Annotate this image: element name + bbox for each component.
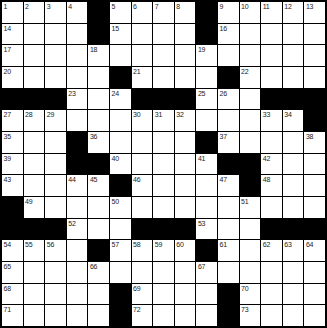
white-cell[interactable] — [304, 262, 325, 283]
white-cell[interactable] — [218, 45, 239, 66]
white-cell[interactable]: 38 — [304, 132, 325, 153]
white-cell[interactable] — [45, 284, 66, 305]
black-cell — [88, 24, 109, 45]
white-cell[interactable]: 48 — [261, 175, 282, 196]
white-cell[interactable] — [24, 284, 45, 305]
white-cell[interactable]: 56 — [45, 240, 66, 261]
white-cell[interactable] — [67, 305, 88, 326]
white-cell[interactable] — [24, 132, 45, 153]
black-cell — [218, 284, 239, 305]
white-cell[interactable] — [261, 132, 282, 153]
white-cell[interactable] — [67, 197, 88, 218]
clue-number: 14 — [4, 24, 11, 33]
clue-number: 44 — [68, 175, 75, 184]
clue-number: 56 — [47, 240, 54, 249]
clue-number: 72 — [133, 305, 140, 314]
white-cell[interactable] — [304, 284, 325, 305]
white-cell[interactable]: 40 — [110, 154, 131, 175]
white-cell[interactable] — [132, 154, 153, 175]
white-cell[interactable]: 58 — [132, 240, 153, 261]
clue-number: 51 — [241, 197, 248, 206]
black-cell — [218, 154, 239, 175]
clue-number: 54 — [4, 240, 11, 249]
white-cell[interactable]: 72 — [132, 305, 153, 326]
white-cell[interactable]: 35 — [2, 132, 23, 153]
white-cell[interactable]: 27 — [2, 110, 23, 131]
clue-number: 46 — [133, 175, 140, 184]
white-cell[interactable]: 11 — [261, 2, 282, 23]
black-cell — [110, 175, 131, 196]
white-cell[interactable]: 4 — [67, 2, 88, 23]
white-cell[interactable] — [88, 305, 109, 326]
white-cell[interactable]: 64 — [304, 240, 325, 261]
clue-number: 19 — [198, 45, 205, 54]
clue-number: 2 — [25, 2, 29, 11]
white-cell[interactable]: 71 — [2, 305, 23, 326]
clue-number: 42 — [263, 154, 270, 163]
clue-number: 22 — [241, 67, 248, 76]
white-cell[interactable]: 49 — [24, 197, 45, 218]
white-cell[interactable] — [196, 110, 217, 131]
white-cell[interactable]: 17 — [2, 45, 23, 66]
clue-number: 69 — [133, 284, 140, 293]
clue-number: 73 — [241, 305, 248, 314]
clue-number: 57 — [112, 240, 119, 249]
white-cell[interactable] — [45, 45, 66, 66]
white-cell[interactable]: 62 — [261, 240, 282, 261]
white-cell[interactable] — [175, 305, 196, 326]
white-cell[interactable] — [110, 262, 131, 283]
clue-number: 38 — [306, 132, 313, 141]
white-cell[interactable] — [304, 197, 325, 218]
clue-number: 47 — [220, 175, 227, 184]
white-cell[interactable]: 6 — [132, 2, 153, 23]
white-cell[interactable] — [261, 24, 282, 45]
clue-number: 63 — [284, 240, 291, 249]
white-cell[interactable]: 31 — [153, 110, 174, 131]
white-cell[interactable] — [240, 110, 261, 131]
white-cell[interactable] — [175, 175, 196, 196]
black-cell — [45, 89, 66, 110]
white-cell[interactable] — [110, 110, 131, 131]
white-cell[interactable]: 54 — [2, 240, 23, 261]
black-cell — [304, 89, 325, 110]
white-cell[interactable] — [153, 197, 174, 218]
white-cell[interactable]: 50 — [110, 197, 131, 218]
white-cell[interactable]: 18 — [88, 45, 109, 66]
clue-number: 62 — [263, 240, 270, 249]
white-cell[interactable]: 3 — [45, 2, 66, 23]
black-cell — [196, 240, 217, 261]
white-cell[interactable]: 37 — [218, 132, 239, 153]
white-cell[interactable]: 67 — [196, 262, 217, 283]
black-cell — [175, 89, 196, 110]
black-cell — [261, 89, 282, 110]
clue-number: 3 — [47, 2, 51, 11]
clue-number: 26 — [220, 89, 227, 98]
white-cell[interactable] — [240, 45, 261, 66]
white-cell[interactable] — [153, 154, 174, 175]
black-cell — [2, 219, 23, 240]
black-cell — [196, 132, 217, 153]
white-cell[interactable] — [88, 89, 109, 110]
clue-number: 55 — [25, 240, 32, 249]
white-cell[interactable] — [283, 305, 304, 326]
white-cell[interactable] — [196, 67, 217, 88]
clue-number: 50 — [112, 197, 119, 206]
white-cell[interactable] — [153, 24, 174, 45]
white-cell[interactable]: 23 — [67, 89, 88, 110]
white-cell[interactable] — [24, 45, 45, 66]
white-cell[interactable]: 66 — [88, 262, 109, 283]
white-cell[interactable] — [283, 284, 304, 305]
white-cell[interactable]: 36 — [88, 132, 109, 153]
white-cell[interactable]: 65 — [2, 262, 23, 283]
black-cell — [110, 67, 131, 88]
clue-number: 15 — [112, 24, 119, 33]
black-cell — [240, 154, 261, 175]
black-cell — [175, 219, 196, 240]
clue-number: 41 — [198, 154, 205, 163]
clue-number: 30 — [133, 110, 140, 119]
white-cell[interactable] — [283, 197, 304, 218]
white-cell[interactable] — [24, 175, 45, 196]
clue-number: 5 — [112, 2, 116, 11]
white-cell[interactable] — [175, 154, 196, 175]
white-cell[interactable] — [110, 132, 131, 153]
white-cell[interactable] — [45, 154, 66, 175]
clue-number: 13 — [306, 2, 313, 11]
clue-number: 71 — [4, 305, 11, 314]
white-cell[interactable]: 70 — [240, 284, 261, 305]
clue-number: 36 — [90, 132, 97, 141]
clue-number: 17 — [4, 45, 11, 54]
white-cell[interactable]: 52 — [67, 219, 88, 240]
white-cell[interactable]: 13 — [304, 2, 325, 23]
white-cell[interactable] — [67, 24, 88, 45]
white-cell[interactable]: 61 — [218, 240, 239, 261]
clue-number: 28 — [25, 110, 32, 119]
white-cell[interactable] — [153, 262, 174, 283]
black-cell — [132, 219, 153, 240]
white-cell[interactable] — [261, 67, 282, 88]
black-cell — [88, 240, 109, 261]
white-cell[interactable]: 8 — [175, 2, 196, 23]
clue-number: 35 — [4, 132, 11, 141]
clue-number: 61 — [220, 240, 227, 249]
white-cell[interactable] — [304, 45, 325, 66]
clue-number: 59 — [155, 240, 162, 249]
clue-number: 18 — [90, 45, 97, 54]
white-cell[interactable]: 63 — [283, 240, 304, 261]
white-cell[interactable] — [24, 67, 45, 88]
white-cell[interactable] — [132, 132, 153, 153]
black-cell — [304, 110, 325, 131]
white-cell[interactable]: 25 — [196, 89, 217, 110]
clue-number: 66 — [90, 262, 97, 271]
black-cell — [196, 24, 217, 45]
white-cell[interactable]: 57 — [110, 240, 131, 261]
white-cell[interactable] — [304, 67, 325, 88]
white-cell[interactable] — [283, 175, 304, 196]
white-cell[interactable] — [88, 67, 109, 88]
white-cell[interactable]: 19 — [196, 45, 217, 66]
white-cell[interactable]: 39 — [2, 154, 23, 175]
black-cell — [45, 219, 66, 240]
white-cell[interactable] — [240, 132, 261, 153]
white-cell[interactable] — [218, 110, 239, 131]
clue-number: 60 — [176, 240, 183, 249]
clue-number: 40 — [112, 154, 119, 163]
black-cell — [218, 67, 239, 88]
clue-number: 43 — [4, 175, 11, 184]
clue-number: 12 — [284, 2, 291, 11]
white-cell[interactable] — [45, 24, 66, 45]
black-cell — [218, 305, 239, 326]
black-cell — [153, 89, 174, 110]
clue-number: 9 — [220, 2, 224, 11]
white-cell[interactable]: 9 — [218, 2, 239, 23]
white-cell[interactable] — [45, 197, 66, 218]
white-cell[interactable] — [153, 45, 174, 66]
white-cell[interactable] — [88, 197, 109, 218]
white-cell[interactable] — [132, 45, 153, 66]
clue-number: 68 — [4, 284, 11, 293]
black-cell — [24, 219, 45, 240]
clue-number: 8 — [176, 2, 180, 11]
white-cell[interactable]: 45 — [88, 175, 109, 196]
white-cell[interactable]: 46 — [132, 175, 153, 196]
white-cell[interactable] — [240, 262, 261, 283]
white-cell[interactable]: 47 — [218, 175, 239, 196]
crossword-puzzle: 1234567891011121314151617181920212223242… — [0, 0, 327, 328]
white-cell[interactable] — [153, 175, 174, 196]
white-cell[interactable] — [67, 110, 88, 131]
white-cell[interactable]: 12 — [283, 2, 304, 23]
white-cell[interactable]: 26 — [218, 89, 239, 110]
white-cell[interactable] — [196, 175, 217, 196]
white-cell[interactable]: 55 — [24, 240, 45, 261]
white-cell[interactable]: 24 — [110, 89, 131, 110]
white-cell[interactable] — [283, 154, 304, 175]
white-cell[interactable] — [153, 305, 174, 326]
clue-number: 7 — [155, 2, 159, 11]
white-cell[interactable]: 21 — [132, 67, 153, 88]
white-cell[interactable]: 68 — [2, 284, 23, 305]
white-cell[interactable] — [240, 240, 261, 261]
white-cell[interactable] — [175, 197, 196, 218]
white-cell[interactable] — [218, 219, 239, 240]
black-cell — [24, 89, 45, 110]
white-cell[interactable] — [261, 305, 282, 326]
white-cell[interactable]: 20 — [2, 67, 23, 88]
white-cell[interactable]: 15 — [110, 24, 131, 45]
clue-number: 39 — [4, 154, 11, 163]
black-cell — [2, 89, 23, 110]
white-cell[interactable] — [175, 24, 196, 45]
clue-number: 67 — [198, 262, 205, 271]
black-cell — [240, 175, 261, 196]
clue-number: 25 — [198, 89, 205, 98]
clue-number: 64 — [306, 240, 313, 249]
white-cell[interactable] — [196, 284, 217, 305]
clue-number: 10 — [241, 2, 248, 11]
clue-number: 45 — [90, 175, 97, 184]
black-cell — [304, 219, 325, 240]
black-cell — [283, 89, 304, 110]
white-cell[interactable] — [88, 219, 109, 240]
white-cell[interactable] — [110, 219, 131, 240]
white-cell[interactable] — [24, 154, 45, 175]
clue-number: 16 — [220, 24, 227, 33]
white-cell[interactable]: 42 — [261, 154, 282, 175]
black-cell — [261, 219, 282, 240]
white-cell[interactable]: 2 — [24, 2, 45, 23]
clue-number: 58 — [133, 240, 140, 249]
white-cell[interactable]: 16 — [218, 24, 239, 45]
white-cell[interactable] — [24, 262, 45, 283]
white-cell[interactable] — [67, 284, 88, 305]
white-cell[interactable]: 22 — [240, 67, 261, 88]
white-cell[interactable] — [24, 305, 45, 326]
white-cell[interactable] — [67, 45, 88, 66]
white-cell[interactable]: 10 — [240, 2, 261, 23]
clue-number: 48 — [263, 175, 270, 184]
white-cell[interactable]: 60 — [175, 240, 196, 261]
white-cell[interactable] — [45, 132, 66, 153]
white-cell[interactable] — [218, 197, 239, 218]
white-cell[interactable] — [175, 284, 196, 305]
white-cell[interactable] — [304, 154, 325, 175]
white-cell[interactable] — [175, 67, 196, 88]
white-cell[interactable]: 14 — [2, 24, 23, 45]
white-cell[interactable]: 33 — [261, 110, 282, 131]
black-cell — [283, 219, 304, 240]
white-cell[interactable] — [132, 262, 153, 283]
white-cell[interactable] — [88, 284, 109, 305]
black-cell — [88, 2, 109, 23]
white-cell[interactable] — [283, 262, 304, 283]
white-cell[interactable] — [261, 197, 282, 218]
white-cell[interactable] — [240, 89, 261, 110]
white-cell[interactable]: 41 — [196, 154, 217, 175]
white-cell[interactable] — [261, 284, 282, 305]
white-cell[interactable] — [283, 24, 304, 45]
black-cell — [67, 132, 88, 153]
clue-number: 20 — [4, 67, 11, 76]
white-cell[interactable] — [132, 197, 153, 218]
white-cell[interactable]: 69 — [132, 284, 153, 305]
clue-number: 6 — [133, 2, 137, 11]
white-cell[interactable] — [24, 24, 45, 45]
white-cell[interactable] — [261, 262, 282, 283]
white-cell[interactable]: 43 — [2, 175, 23, 196]
white-cell[interactable] — [175, 45, 196, 66]
black-cell — [110, 305, 131, 326]
clue-number: 31 — [155, 110, 162, 119]
clue-number: 21 — [133, 67, 140, 76]
white-cell[interactable] — [132, 24, 153, 45]
white-cell[interactable]: 53 — [196, 219, 217, 240]
clue-number: 1 — [4, 2, 8, 11]
white-cell[interactable] — [45, 175, 66, 196]
white-cell[interactable] — [196, 197, 217, 218]
black-cell — [132, 89, 153, 110]
white-cell[interactable]: 59 — [153, 240, 174, 261]
white-cell[interactable]: 29 — [45, 110, 66, 131]
white-cell[interactable]: 51 — [240, 197, 261, 218]
white-cell[interactable] — [304, 24, 325, 45]
white-cell[interactable]: 44 — [67, 175, 88, 196]
clue-number: 52 — [68, 219, 75, 228]
black-cell — [2, 197, 23, 218]
white-cell[interactable] — [240, 219, 261, 240]
white-cell[interactable] — [153, 284, 174, 305]
black-cell — [110, 284, 131, 305]
white-cell[interactable] — [283, 45, 304, 66]
white-cell[interactable] — [304, 175, 325, 196]
clue-number: 4 — [68, 2, 72, 11]
clue-number: 34 — [284, 110, 291, 119]
white-cell[interactable] — [110, 45, 131, 66]
clue-number: 32 — [176, 110, 183, 119]
clue-number: 29 — [47, 110, 54, 119]
clue-number: 33 — [263, 110, 270, 119]
clue-number: 23 — [68, 89, 75, 98]
clue-number: 27 — [4, 110, 11, 119]
white-cell[interactable] — [304, 305, 325, 326]
white-cell[interactable]: 30 — [132, 110, 153, 131]
clue-number: 24 — [112, 89, 119, 98]
white-cell[interactable] — [45, 262, 66, 283]
white-cell[interactable]: 28 — [24, 110, 45, 131]
white-cell[interactable]: 32 — [175, 110, 196, 131]
white-cell[interactable] — [153, 67, 174, 88]
white-cell[interactable]: 73 — [240, 305, 261, 326]
white-cell[interactable] — [218, 262, 239, 283]
white-cell[interactable]: 7 — [153, 2, 174, 23]
white-cell[interactable] — [45, 305, 66, 326]
clue-number: 53 — [198, 219, 205, 228]
white-cell[interactable] — [67, 67, 88, 88]
white-cell[interactable]: 34 — [283, 110, 304, 131]
black-cell — [196, 2, 217, 23]
white-cell[interactable] — [261, 45, 282, 66]
white-cell[interactable] — [175, 262, 196, 283]
clue-number: 37 — [220, 132, 227, 141]
white-cell[interactable] — [67, 262, 88, 283]
white-cell[interactable] — [196, 305, 217, 326]
white-cell[interactable]: 1 — [2, 2, 23, 23]
clue-number: 11 — [263, 2, 270, 11]
black-cell — [67, 154, 88, 175]
white-cell[interactable] — [153, 132, 174, 153]
black-cell — [153, 219, 174, 240]
white-cell[interactable] — [88, 110, 109, 131]
clue-number: 49 — [25, 197, 32, 206]
white-cell[interactable] — [45, 67, 66, 88]
white-cell[interactable]: 5 — [110, 2, 131, 23]
clue-number: 65 — [4, 262, 11, 271]
black-cell — [88, 154, 109, 175]
white-cell[interactable] — [67, 240, 88, 261]
white-cell[interactable] — [240, 24, 261, 45]
clue-number: 70 — [241, 284, 248, 293]
white-cell[interactable] — [175, 132, 196, 153]
crossword-grid: 1234567891011121314151617181920212223242… — [0, 0, 327, 328]
white-cell[interactable] — [283, 132, 304, 153]
white-cell[interactable] — [283, 67, 304, 88]
